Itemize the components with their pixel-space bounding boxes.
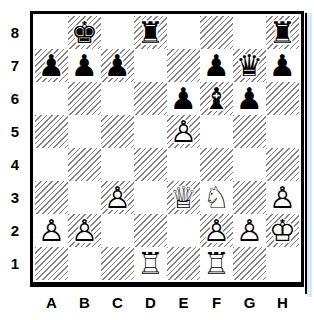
square-f7[interactable]: ♟ [200, 49, 233, 82]
square-g4[interactable] [233, 148, 266, 181]
file-label-b: B [68, 294, 101, 311]
square-a1[interactable] [35, 247, 68, 280]
square-d1[interactable]: ♜♖ [134, 247, 167, 280]
square-b5[interactable] [68, 115, 101, 148]
square-h1[interactable] [266, 247, 299, 280]
piece-wp: ♙ [35, 214, 68, 247]
piece-fill-wp: ♟ [68, 214, 101, 247]
piece-wp: ♙ [233, 214, 266, 247]
square-e7[interactable] [167, 49, 200, 82]
square-a3[interactable] [35, 181, 68, 214]
square-g6[interactable]: ♟ [233, 82, 266, 115]
piece-fill-wq: ♛ [167, 181, 200, 214]
square-a6[interactable] [35, 82, 68, 115]
piece-wk: ♔ [266, 214, 299, 247]
square-e1[interactable] [167, 247, 200, 280]
rank-label-1: 1 [0, 247, 26, 280]
piece-wr: ♖ [200, 247, 233, 280]
square-f4[interactable] [200, 148, 233, 181]
square-a8[interactable] [35, 16, 68, 49]
square-a4[interactable] [35, 148, 68, 181]
rank-labels: 87654321 [0, 16, 26, 280]
square-e4[interactable] [167, 148, 200, 181]
square-b4[interactable] [68, 148, 101, 181]
piece-wp: ♙ [101, 181, 134, 214]
square-f1[interactable]: ♜♖ [200, 247, 233, 280]
square-b3[interactable] [68, 181, 101, 214]
square-a2[interactable]: ♟♙ [35, 214, 68, 247]
piece-br: ♜ [134, 16, 167, 49]
file-label-d: D [134, 294, 167, 311]
rank-label-4: 4 [0, 148, 26, 181]
square-h4[interactable] [266, 148, 299, 181]
square-e5[interactable]: ♟♙ [167, 115, 200, 148]
file-labels: ABCDEFGH [35, 294, 299, 311]
file-label-g: G [233, 294, 266, 311]
square-g8[interactable] [233, 16, 266, 49]
piece-bp: ♟ [266, 49, 299, 82]
square-b6[interactable] [68, 82, 101, 115]
rank-label-2: 2 [0, 214, 26, 247]
file-label-a: A [35, 294, 68, 311]
square-f2[interactable]: ♟♙ [200, 214, 233, 247]
piece-bb: ♝ [200, 82, 233, 115]
square-d4[interactable] [134, 148, 167, 181]
rank-label-3: 3 [0, 181, 26, 214]
square-d2[interactable] [134, 214, 167, 247]
square-d6[interactable] [134, 82, 167, 115]
piece-fill-wp: ♟ [35, 214, 68, 247]
piece-wp: ♙ [68, 214, 101, 247]
square-b8[interactable]: ♚ [68, 16, 101, 49]
rank-label-8: 8 [0, 16, 26, 49]
chess-diagram: 87654321 ♚♜♜♟♟♟♟♛♟♟♝♟♟♙♟♙♛♕♞♘♟♙♟♙♟♙♟♙♟♙♚… [0, 0, 314, 320]
piece-wn: ♘ [200, 181, 233, 214]
piece-fill-wn: ♞ [200, 181, 233, 214]
square-e3[interactable]: ♛♕ [167, 181, 200, 214]
square-g7[interactable]: ♛ [233, 49, 266, 82]
piece-fill-wk: ♚ [266, 214, 299, 247]
square-h3[interactable]: ♟♙ [266, 181, 299, 214]
square-b1[interactable] [68, 247, 101, 280]
piece-bk: ♚ [68, 16, 101, 49]
piece-bp: ♟ [35, 49, 68, 82]
chess-board: ♚♜♜♟♟♟♟♛♟♟♝♟♟♙♟♙♛♕♞♘♟♙♟♙♟♙♟♙♟♙♚♔♜♖♜♖ [30, 11, 304, 287]
square-d5[interactable] [134, 115, 167, 148]
piece-wp: ♙ [266, 181, 299, 214]
piece-fill-wp: ♟ [167, 115, 200, 148]
square-d8[interactable]: ♜ [134, 16, 167, 49]
rank-label-7: 7 [0, 49, 26, 82]
square-e2[interactable] [167, 214, 200, 247]
square-e6[interactable]: ♟ [167, 82, 200, 115]
square-h2[interactable]: ♚♔ [266, 214, 299, 247]
square-g2[interactable]: ♟♙ [233, 214, 266, 247]
square-g3[interactable] [233, 181, 266, 214]
square-d3[interactable] [134, 181, 167, 214]
piece-wp: ♙ [200, 214, 233, 247]
piece-bp: ♟ [101, 49, 134, 82]
square-a7[interactable]: ♟ [35, 49, 68, 82]
piece-wq: ♕ [167, 181, 200, 214]
square-c5[interactable] [101, 115, 134, 148]
piece-bp: ♟ [167, 82, 200, 115]
square-e8[interactable] [167, 16, 200, 49]
file-label-h: H [266, 294, 299, 311]
piece-fill-wr: ♜ [200, 247, 233, 280]
square-c8[interactable] [101, 16, 134, 49]
square-h5[interactable] [266, 115, 299, 148]
piece-fill-wp: ♟ [266, 181, 299, 214]
square-g1[interactable] [233, 247, 266, 280]
piece-bp: ♟ [200, 49, 233, 82]
file-label-e: E [167, 294, 200, 311]
rank-label-5: 5 [0, 115, 26, 148]
piece-fill-wp: ♟ [233, 214, 266, 247]
square-f6[interactable]: ♝ [200, 82, 233, 115]
file-label-f: F [200, 294, 233, 311]
board-frame: ♚♜♜♟♟♟♟♛♟♟♝♟♟♙♟♙♛♕♞♘♟♙♟♙♟♙♟♙♟♙♚♔♜♖♜♖ [30, 11, 304, 287]
square-b7[interactable]: ♟ [68, 49, 101, 82]
piece-bp: ♟ [68, 49, 101, 82]
square-c6[interactable] [101, 82, 134, 115]
square-a5[interactable] [35, 115, 68, 148]
square-c3[interactable]: ♟♙ [101, 181, 134, 214]
square-h8[interactable]: ♜ [266, 16, 299, 49]
file-label-c: C [101, 294, 134, 311]
square-d7[interactable] [134, 49, 167, 82]
square-g5[interactable] [233, 115, 266, 148]
scan-artifact [307, 13, 312, 297]
square-b2[interactable]: ♟♙ [68, 214, 101, 247]
square-c2[interactable] [101, 214, 134, 247]
piece-bq: ♛ [233, 49, 266, 82]
piece-bp: ♟ [233, 82, 266, 115]
piece-fill-wp: ♟ [200, 214, 233, 247]
square-f8[interactable] [200, 16, 233, 49]
piece-br: ♜ [266, 16, 299, 49]
square-h6[interactable] [266, 82, 299, 115]
piece-fill-wr: ♜ [134, 247, 167, 280]
piece-wp: ♙ [167, 115, 200, 148]
square-f5[interactable] [200, 115, 233, 148]
square-f3[interactable]: ♞♘ [200, 181, 233, 214]
piece-wr: ♖ [134, 247, 167, 280]
square-h7[interactable]: ♟ [266, 49, 299, 82]
rank-label-6: 6 [0, 82, 26, 115]
square-c4[interactable] [101, 148, 134, 181]
square-c1[interactable] [101, 247, 134, 280]
piece-fill-wp: ♟ [101, 181, 134, 214]
square-c7[interactable]: ♟ [101, 49, 134, 82]
